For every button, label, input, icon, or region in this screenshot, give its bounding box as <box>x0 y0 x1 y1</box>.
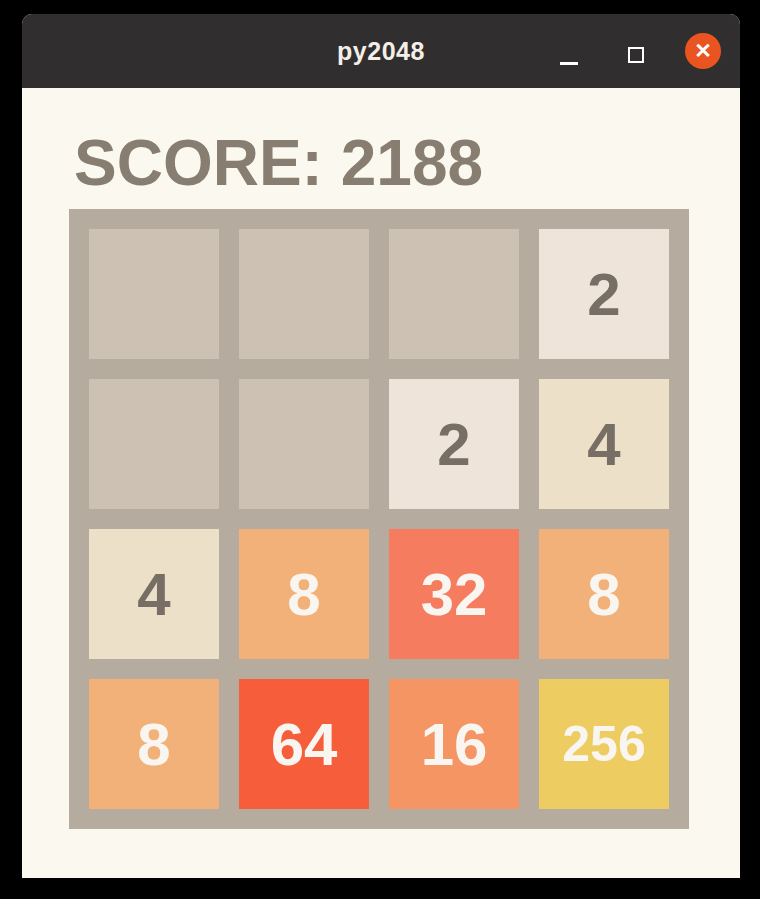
tile-2: 2 <box>539 229 669 359</box>
app-window: py2048 ✕ SCORE: 2188 2244832886416256 <box>22 14 740 878</box>
tile-2: 2 <box>389 379 519 509</box>
maximize-button[interactable] <box>617 36 655 74</box>
empty-cell <box>239 229 369 359</box>
maximize-icon <box>628 47 644 63</box>
empty-cell <box>389 229 519 359</box>
minimize-button[interactable] <box>550 36 588 74</box>
tile-32: 32 <box>389 529 519 659</box>
board: 2244832886416256 <box>69 209 689 829</box>
score-label: SCORE: 2188 <box>74 126 483 200</box>
tile-8: 8 <box>89 679 219 809</box>
tile-4: 4 <box>539 379 669 509</box>
tile-16: 16 <box>389 679 519 809</box>
empty-cell <box>89 229 219 359</box>
empty-cell <box>239 379 369 509</box>
tile-4: 4 <box>89 529 219 659</box>
minimize-icon <box>560 62 578 65</box>
close-button[interactable]: ✕ <box>685 33 721 69</box>
tile-64: 64 <box>239 679 369 809</box>
tile-8: 8 <box>239 529 369 659</box>
tile-256: 256 <box>539 679 669 809</box>
close-icon: ✕ <box>694 40 712 61</box>
tile-8: 8 <box>539 529 669 659</box>
empty-cell <box>89 379 219 509</box>
titlebar: py2048 ✕ <box>22 14 740 88</box>
